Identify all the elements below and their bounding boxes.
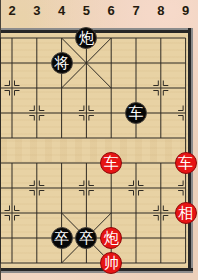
file-label-2: 2 (5, 3, 19, 19)
board-border-right (188, 28, 193, 273)
file-label-8: 8 (154, 3, 168, 19)
piece-black-soldier[interactable]: 卒 (51, 227, 73, 249)
xiangqi-window: 23456789 炮将车车车相卒卒炮帅 (0, 0, 198, 280)
board-border-bottom (0, 268, 193, 273)
file-label-3: 3 (30, 3, 44, 19)
file-label-9: 9 (179, 3, 193, 19)
river (0, 139, 188, 162)
file-label-4: 4 (55, 3, 69, 19)
file-label-6: 6 (104, 3, 118, 19)
piece-black-chariot[interactable]: 车 (125, 102, 147, 124)
file-label-7: 7 (129, 3, 143, 19)
piece-red-elephant[interactable]: 相 (175, 202, 197, 224)
window-edge-left (0, 0, 1, 280)
piece-red-chariot[interactable]: 车 (175, 152, 197, 174)
file-label-5: 5 (79, 3, 93, 19)
piece-black-general[interactable]: 将 (51, 52, 73, 74)
file-labels: 23456789 (0, 3, 198, 21)
board-border-top (0, 28, 193, 33)
